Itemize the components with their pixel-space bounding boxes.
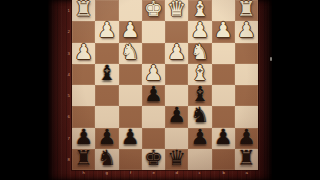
white-pawn[interactable]: ♟ bbox=[97, 20, 116, 41]
square-b2[interactable]: ♟ bbox=[212, 21, 235, 42]
white-pawn[interactable]: ♟ bbox=[190, 20, 209, 41]
black-rook[interactable]: ♜ bbox=[237, 148, 256, 169]
rank-label-5: 5 bbox=[55, 88, 72, 103]
square-d8[interactable]: ♛ bbox=[165, 149, 188, 170]
square-a8[interactable]: ♜ bbox=[235, 149, 258, 170]
black-rook[interactable]: ♜ bbox=[74, 148, 93, 169]
square-a2[interactable]: ♟ bbox=[235, 21, 258, 42]
black-queen[interactable]: ♛ bbox=[167, 148, 186, 169]
black-knight[interactable]: ♞ bbox=[190, 105, 209, 126]
white-pawn[interactable]: ♟ bbox=[167, 42, 186, 63]
square-b4[interactable] bbox=[212, 64, 235, 85]
white-pawn[interactable]: ♟ bbox=[214, 20, 233, 41]
black-knight[interactable]: ♞ bbox=[97, 148, 116, 169]
black-pawn[interactable]: ♟ bbox=[237, 127, 256, 148]
square-h5[interactable] bbox=[72, 85, 95, 106]
square-b3[interactable] bbox=[212, 43, 235, 64]
white-pawn[interactable]: ♟ bbox=[144, 63, 163, 84]
black-pawn[interactable]: ♟ bbox=[74, 127, 93, 148]
white-bishop[interactable]: ♝ bbox=[190, 0, 209, 20]
square-h1[interactable]: ♜ bbox=[72, 0, 95, 21]
square-h4[interactable] bbox=[72, 64, 95, 85]
white-pawn[interactable]: ♟ bbox=[74, 42, 93, 63]
square-f5[interactable] bbox=[119, 85, 142, 106]
square-f7[interactable]: ♟ bbox=[119, 128, 142, 149]
black-pawn[interactable]: ♟ bbox=[144, 84, 163, 105]
white-rook[interactable]: ♜ bbox=[237, 0, 256, 20]
white-knight[interactable]: ♞ bbox=[121, 42, 140, 63]
square-e1[interactable]: ♚ bbox=[142, 0, 165, 21]
square-d3[interactable]: ♟ bbox=[165, 43, 188, 64]
square-d6[interactable]: ♟ bbox=[165, 106, 188, 127]
square-c7[interactable]: ♟ bbox=[188, 128, 211, 149]
file-label-c: c bbox=[192, 170, 209, 177]
square-g2[interactable]: ♟ bbox=[95, 21, 118, 42]
chess-board: ♜♚♛♝♜♟♟♟♟♟♟♞♟♞♝♟♝♟♝♟♞♟♟♟♟♟♟♜♞♚♛♜ bbox=[72, 0, 258, 170]
square-c8[interactable] bbox=[188, 149, 211, 170]
video-artifact-speck bbox=[270, 57, 272, 61]
black-pawn[interactable]: ♟ bbox=[190, 127, 209, 148]
white-queen[interactable]: ♛ bbox=[167, 0, 186, 20]
rank-label-1: 1 bbox=[55, 3, 72, 18]
black-pawn[interactable]: ♟ bbox=[97, 127, 116, 148]
file-label-h: h bbox=[75, 170, 92, 177]
file-label-g: g bbox=[99, 170, 116, 177]
square-b5[interactable] bbox=[212, 85, 235, 106]
square-e5[interactable]: ♟ bbox=[142, 85, 165, 106]
white-king[interactable]: ♚ bbox=[144, 0, 163, 20]
square-e8[interactable]: ♚ bbox=[142, 149, 165, 170]
square-h3[interactable]: ♟ bbox=[72, 43, 95, 64]
square-e6[interactable] bbox=[142, 106, 165, 127]
letterbox-bar-right bbox=[272, 0, 320, 180]
square-f3[interactable]: ♞ bbox=[119, 43, 142, 64]
square-f8[interactable] bbox=[119, 149, 142, 170]
file-label-b: b bbox=[215, 170, 232, 177]
square-h8[interactable]: ♜ bbox=[72, 149, 95, 170]
black-pawn[interactable]: ♟ bbox=[214, 127, 233, 148]
rank-label-4: 4 bbox=[55, 67, 72, 82]
file-label-f: f bbox=[122, 170, 139, 177]
black-pawn[interactable]: ♟ bbox=[121, 127, 140, 148]
square-g8[interactable]: ♞ bbox=[95, 149, 118, 170]
file-label-d: d bbox=[168, 170, 185, 177]
square-a5[interactable] bbox=[235, 85, 258, 106]
square-f4[interactable] bbox=[119, 64, 142, 85]
square-a3[interactable] bbox=[235, 43, 258, 64]
square-g4[interactable]: ♝ bbox=[95, 64, 118, 85]
black-king[interactable]: ♚ bbox=[144, 148, 163, 169]
square-a4[interactable] bbox=[235, 64, 258, 85]
rank-label-6: 6 bbox=[55, 109, 72, 124]
black-bishop[interactable]: ♝ bbox=[190, 84, 209, 105]
file-coordinates: hgfedcba bbox=[72, 170, 258, 180]
white-rook[interactable]: ♜ bbox=[74, 0, 93, 20]
white-knight[interactable]: ♞ bbox=[190, 42, 209, 63]
rank-label-2: 2 bbox=[55, 24, 72, 39]
square-b8[interactable] bbox=[212, 149, 235, 170]
white-pawn[interactable]: ♟ bbox=[237, 20, 256, 41]
rank-label-8: 8 bbox=[55, 152, 72, 167]
white-pawn[interactable]: ♟ bbox=[121, 20, 140, 41]
rank-label-7: 7 bbox=[55, 130, 72, 145]
rank-label-3: 3 bbox=[55, 45, 72, 60]
square-d4[interactable] bbox=[165, 64, 188, 85]
file-label-e: e bbox=[145, 170, 162, 177]
black-pawn[interactable]: ♟ bbox=[167, 105, 186, 126]
square-b7[interactable]: ♟ bbox=[212, 128, 235, 149]
file-label-a: a bbox=[238, 170, 255, 177]
video-frame: 12345678 hgfedcba ♜♚♛♝♜♟♟♟♟♟♟♞♟♞♝♟♝♟♝♟♞♟… bbox=[0, 0, 320, 180]
white-bishop[interactable]: ♝ bbox=[190, 63, 209, 84]
letterbox-bar-left bbox=[0, 0, 48, 180]
square-e2[interactable] bbox=[142, 21, 165, 42]
square-g5[interactable] bbox=[95, 85, 118, 106]
black-bishop[interactable]: ♝ bbox=[97, 63, 116, 84]
square-d1[interactable]: ♛ bbox=[165, 0, 188, 21]
rank-coordinates: 12345678 bbox=[48, 0, 72, 170]
wooden-board-frame: 12345678 hgfedcba ♜♚♛♝♜♟♟♟♟♟♟♞♟♞♝♟♝♟♝♟♞♟… bbox=[48, 0, 272, 180]
